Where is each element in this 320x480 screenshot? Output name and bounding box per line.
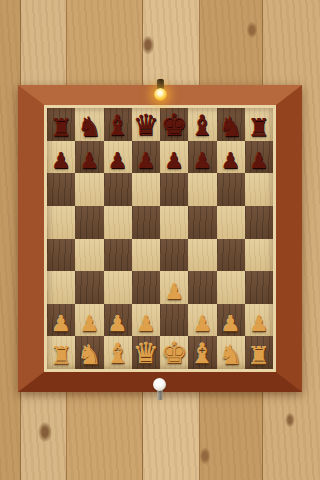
square-c6[interactable]	[104, 173, 132, 206]
black-king-e8[interactable]: ♚	[161, 110, 188, 140]
square-f1[interactable]: ♝	[188, 336, 216, 369]
square-h1[interactable]: ♜	[245, 336, 273, 369]
square-g1[interactable]: ♞	[217, 336, 245, 369]
square-c5[interactable]	[104, 206, 132, 239]
square-a3[interactable]	[47, 271, 75, 304]
black-pawn-e7[interactable]: ♟	[164, 150, 184, 172]
black-pawn-c7[interactable]: ♟	[108, 150, 128, 172]
square-g4[interactable]	[217, 239, 245, 272]
black-bishop-f8[interactable]: ♝	[190, 112, 215, 140]
square-b5[interactable]	[75, 206, 103, 239]
square-g5[interactable]	[217, 206, 245, 239]
chess-board: ♜♞♝♛♚♝♞♜♟♟♟♟♟♟♟♟♟♟♟♟♟♟♟♟♜♞♝♛♚♝♞♜	[44, 105, 276, 372]
black-rook-h8[interactable]: ♜	[248, 115, 270, 140]
square-h4[interactable]	[245, 239, 273, 272]
square-b2[interactable]: ♟	[75, 304, 103, 337]
square-e6[interactable]	[160, 173, 188, 206]
square-b7[interactable]: ♟	[75, 141, 103, 174]
square-f8[interactable]: ♝	[188, 108, 216, 141]
black-pawn-d7[interactable]: ♟	[136, 150, 156, 172]
black-turn-lamp-icon	[154, 88, 167, 101]
square-a5[interactable]	[47, 206, 75, 239]
square-h8[interactable]: ♜	[245, 108, 273, 141]
white-lamp-stem	[157, 390, 163, 400]
square-f6[interactable]	[188, 173, 216, 206]
chess-app-screen: { "game": "chess", "scene": "wooden ches…	[0, 0, 320, 480]
black-pawn-f7[interactable]: ♟	[193, 150, 213, 172]
square-e8[interactable]: ♚	[160, 108, 188, 141]
black-knight-g8[interactable]: ♞	[219, 113, 243, 140]
square-g3[interactable]	[217, 271, 245, 304]
black-rook-a8[interactable]: ♜	[50, 115, 72, 140]
black-queen-d8[interactable]: ♛	[133, 111, 159, 140]
square-e4[interactable]	[160, 239, 188, 272]
square-e3[interactable]: ♟	[160, 271, 188, 304]
white-pawn-g2[interactable]: ♟	[221, 313, 241, 335]
black-pawn-b7[interactable]: ♟	[80, 150, 100, 172]
black-pawn-a7[interactable]: ♟	[51, 150, 71, 172]
square-h5[interactable]	[245, 206, 273, 239]
square-b1[interactable]: ♞	[75, 336, 103, 369]
white-bishop-f1[interactable]: ♝	[190, 340, 215, 368]
square-b4[interactable]	[75, 239, 103, 272]
white-pawn-c2[interactable]: ♟	[108, 313, 128, 335]
square-e2[interactable]	[160, 304, 188, 337]
square-d5[interactable]	[132, 206, 160, 239]
white-pawn-a2[interactable]: ♟	[51, 313, 71, 335]
white-queen-d1[interactable]: ♛	[133, 339, 159, 368]
square-d6[interactable]	[132, 173, 160, 206]
black-pawn-g7[interactable]: ♟	[221, 150, 241, 172]
square-g2[interactable]: ♟	[217, 304, 245, 337]
square-h6[interactable]	[245, 173, 273, 206]
white-knight-b1[interactable]: ♞	[77, 341, 101, 368]
white-pawn-e3[interactable]: ♟	[164, 281, 184, 303]
square-c1[interactable]: ♝	[104, 336, 132, 369]
square-e1[interactable]: ♚	[160, 336, 188, 369]
square-a4[interactable]	[47, 239, 75, 272]
square-e7[interactable]: ♟	[160, 141, 188, 174]
square-d8[interactable]: ♛	[132, 108, 160, 141]
square-d1[interactable]: ♛	[132, 336, 160, 369]
white-king-e1[interactable]: ♚	[161, 338, 188, 368]
white-rook-a1[interactable]: ♜	[50, 343, 72, 368]
square-a2[interactable]: ♟	[47, 304, 75, 337]
square-c2[interactable]: ♟	[104, 304, 132, 337]
square-c3[interactable]	[104, 271, 132, 304]
white-bishop-c1[interactable]: ♝	[105, 340, 130, 368]
square-a7[interactable]: ♟	[47, 141, 75, 174]
white-turn-lamp-icon	[153, 378, 166, 391]
square-b8[interactable]: ♞	[75, 108, 103, 141]
square-f4[interactable]	[188, 239, 216, 272]
square-g8[interactable]: ♞	[217, 108, 245, 141]
square-d3[interactable]	[132, 271, 160, 304]
square-a8[interactable]: ♜	[47, 108, 75, 141]
white-knight-g1[interactable]: ♞	[219, 341, 243, 368]
square-c8[interactable]: ♝	[104, 108, 132, 141]
square-f5[interactable]	[188, 206, 216, 239]
square-g7[interactable]: ♟	[217, 141, 245, 174]
black-pawn-h7[interactable]: ♟	[249, 150, 269, 172]
square-d7[interactable]: ♟	[132, 141, 160, 174]
square-c7[interactable]: ♟	[104, 141, 132, 174]
square-h2[interactable]: ♟	[245, 304, 273, 337]
square-a6[interactable]	[47, 173, 75, 206]
white-rook-h1[interactable]: ♜	[248, 343, 270, 368]
square-c4[interactable]	[104, 239, 132, 272]
square-e5[interactable]	[160, 206, 188, 239]
square-h3[interactable]	[245, 271, 273, 304]
square-b3[interactable]	[75, 271, 103, 304]
square-g6[interactable]	[217, 173, 245, 206]
white-pawn-d2[interactable]: ♟	[136, 313, 156, 335]
square-a1[interactable]: ♜	[47, 336, 75, 369]
white-pawn-h2[interactable]: ♟	[249, 313, 269, 335]
square-f7[interactable]: ♟	[188, 141, 216, 174]
chess-board-frame: ♜♞♝♛♚♝♞♜♟♟♟♟♟♟♟♟♟♟♟♟♟♟♟♟♜♞♝♛♚♝♞♜	[18, 85, 302, 392]
square-h7[interactable]: ♟	[245, 141, 273, 174]
square-d2[interactable]: ♟	[132, 304, 160, 337]
white-pawn-f2[interactable]: ♟	[193, 313, 213, 335]
square-d4[interactable]	[132, 239, 160, 272]
black-knight-b8[interactable]: ♞	[77, 113, 101, 140]
square-f3[interactable]	[188, 271, 216, 304]
square-b6[interactable]	[75, 173, 103, 206]
black-bishop-c8[interactable]: ♝	[105, 112, 130, 140]
square-f2[interactable]: ♟	[188, 304, 216, 337]
white-pawn-b2[interactable]: ♟	[80, 313, 100, 335]
